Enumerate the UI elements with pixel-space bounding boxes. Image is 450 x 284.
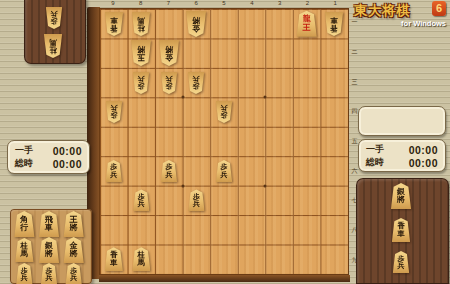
board-piece-5f[interactable]: 歩 兵 — [216, 160, 233, 182]
board-piece-8c[interactable]: 歩 兵 — [133, 72, 150, 94]
logo-version-badge: 6 — [432, 1, 446, 16]
file-label-6: 6 — [182, 0, 210, 7]
board-piece-7f[interactable]: 歩 兵 — [160, 160, 177, 182]
logo-title: 東大将棋 — [354, 2, 410, 20]
board-piece-9a[interactable]: 香 車 — [104, 12, 123, 36]
hoshi-dot — [181, 184, 184, 187]
board-piece-6c[interactable]: 歩 兵 — [188, 72, 205, 94]
piece-box-piece-角行[interactable]: 角 行 — [14, 211, 35, 237]
file-label-4: 4 — [238, 0, 266, 7]
left-clock-move-label: 一手 — [15, 144, 33, 157]
logo-subtitle: for Windows — [401, 19, 446, 28]
left-clock-move-time: 00:00 — [53, 145, 82, 157]
board-piece-9f[interactable]: 歩 兵 — [105, 160, 122, 182]
board-piece-7b[interactable]: 金 將 — [158, 40, 179, 66]
piece-box-piece-金將[interactable]: 金 將 — [63, 237, 84, 263]
left-clock: 一手00:00 総時00:00 — [7, 140, 90, 174]
right-clock: 一手00:00 総時00:00 — [358, 139, 446, 172]
piece-box-piece-歩兵[interactable]: 歩 兵 — [16, 263, 33, 284]
shogi-board[interactable]: 香 車桂 馬金 將龍 王香 車玉 將金 將歩 兵歩 兵歩 兵歩 兵歩 兵歩 兵歩… — [99, 8, 349, 275]
file-label-3: 3 — [266, 0, 294, 7]
rank-label-3: 三 — [350, 67, 359, 97]
piece-box[interactable]: 角 行飛 車王 將桂 馬銀 將金 將歩 兵歩 兵歩 兵 — [10, 209, 92, 284]
right-clock-move-label: 一手 — [366, 143, 384, 156]
app-logo: 東大将棋 6 for Windows — [352, 1, 448, 31]
board-piece-6a[interactable]: 金 將 — [186, 11, 207, 37]
gote-hand-piece-歩兵[interactable]: 歩 兵 — [46, 7, 63, 29]
sente-hand-piece-香車[interactable]: 香 車 — [392, 218, 411, 242]
right-clock-total-label: 総時 — [366, 156, 384, 169]
piece-box-piece-桂馬[interactable]: 桂 馬 — [15, 238, 34, 262]
right-clock-move-time: 00:00 — [409, 144, 438, 156]
piece-box-piece-銀將[interactable]: 銀 將 — [38, 237, 59, 263]
gote-komadai[interactable]: 歩 兵桂 馬 — [24, 0, 86, 64]
gote-hand-piece-桂馬[interactable]: 桂 馬 — [44, 34, 63, 58]
right-name-plate — [358, 106, 446, 136]
app-window: 987654321 一二三四五六七八九 香 車桂 馬金 將龍 王香 車玉 將金 … — [0, 0, 450, 284]
board-piece-8g[interactable]: 歩 兵 — [133, 189, 150, 211]
board-piece-5d[interactable]: 歩 兵 — [216, 101, 233, 123]
hoshi-dot — [264, 96, 267, 99]
file-label-7: 7 — [155, 0, 183, 7]
hoshi-dot — [264, 184, 267, 187]
file-coordinate-labels: 987654321 — [99, 0, 349, 7]
hoshi-dot — [181, 96, 184, 99]
sente-hand-piece-銀將[interactable]: 銀 將 — [391, 183, 412, 209]
sente-komadai[interactable]: 銀 將香 車歩 兵 — [356, 178, 449, 284]
left-clock-total-time: 00:00 — [53, 158, 82, 170]
file-label-9: 9 — [99, 0, 127, 7]
left-clock-total-label: 総時 — [15, 157, 33, 170]
board-piece-9d[interactable]: 歩 兵 — [105, 101, 122, 123]
piece-box-piece-飛車[interactable]: 飛 車 — [38, 211, 59, 237]
board-piece-8a[interactable]: 桂 馬 — [132, 12, 151, 36]
board-piece-7c[interactable]: 歩 兵 — [160, 72, 177, 94]
right-clock-total-time: 00:00 — [409, 157, 438, 169]
board-piece-1a[interactable]: 香 車 — [325, 12, 344, 36]
piece-box-piece-歩兵[interactable]: 歩 兵 — [40, 263, 57, 284]
board-piece-9i[interactable]: 香 車 — [104, 247, 123, 271]
file-label-8: 8 — [127, 0, 155, 7]
board-piece-2a[interactable]: 龍 王 — [296, 11, 317, 37]
file-label-5: 5 — [210, 0, 238, 7]
piece-box-piece-歩兵[interactable]: 歩 兵 — [65, 263, 82, 284]
file-label-2: 2 — [293, 0, 321, 7]
board-piece-6g[interactable]: 歩 兵 — [188, 189, 205, 211]
rank-label-2: 二 — [350, 38, 359, 68]
file-label-1: 1 — [321, 0, 349, 7]
board-piece-8b[interactable]: 玉 將 — [131, 40, 152, 66]
board-bottom-edge — [99, 275, 350, 282]
piece-box-piece-王將[interactable]: 王 將 — [63, 211, 84, 237]
board-piece-8i[interactable]: 桂 馬 — [132, 247, 151, 271]
sente-hand-piece-歩兵[interactable]: 歩 兵 — [393, 251, 410, 273]
